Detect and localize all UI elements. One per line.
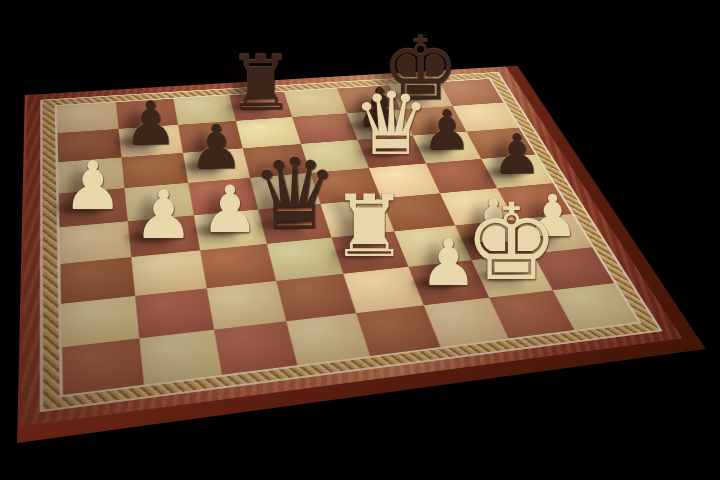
white-pawn[interactable]: ♟ — [63, 154, 123, 221]
black-pawn[interactable]: ♟ — [123, 93, 177, 153]
white-rook[interactable]: ♜ — [331, 183, 408, 269]
white-pawn[interactable]: ♟ — [201, 177, 259, 242]
square-c1[interactable] — [214, 321, 297, 375]
white-pawn[interactable]: ♟ — [133, 182, 193, 249]
white-queen[interactable]: ♛ — [352, 82, 430, 169]
square-a8[interactable] — [57, 102, 119, 133]
white-king[interactable]: ♚ — [464, 190, 559, 296]
black-queen[interactable]: ♛ — [250, 145, 338, 243]
black-pawn[interactable]: ♟ — [189, 116, 244, 177]
white-pawn[interactable]: ♟ — [420, 231, 477, 295]
square-d1[interactable] — [286, 313, 370, 365]
black-pawn[interactable]: ♟ — [492, 127, 541, 182]
black-rook[interactable]: ♜ — [227, 46, 294, 121]
chess-scene: ♜♚♟♟♟♟♛♟♟♟♟♛♜♟♟♟♚ — [0, 0, 720, 480]
